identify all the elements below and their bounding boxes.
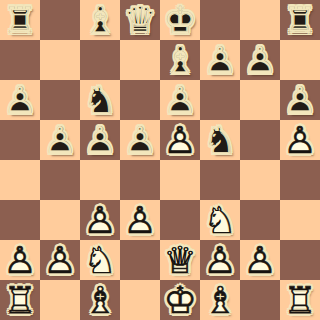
black-pawn-outline-icon: ♙ <box>280 80 320 120</box>
square-g3[interactable] <box>240 200 280 240</box>
square-f5[interactable]: ♞♘ <box>200 120 240 160</box>
square-a1[interactable]: ♜♖ <box>0 280 40 320</box>
piece-white-rook-a1[interactable]: ♜♖ <box>0 280 40 320</box>
black-pawn-outline-icon: ♙ <box>240 40 280 80</box>
white-rook-outline-icon: ♖ <box>0 280 40 320</box>
piece-white-pawn-f2[interactable]: ♟♙ <box>200 240 240 280</box>
piece-black-knight-f5[interactable]: ♞♘ <box>200 120 240 160</box>
square-f6[interactable] <box>200 80 240 120</box>
square-h1[interactable]: ♜♖ <box>280 280 320 320</box>
piece-black-bishop-c8[interactable]: ♝♗ <box>80 0 120 40</box>
square-c8[interactable]: ♝♗ <box>80 0 120 40</box>
square-c4[interactable] <box>80 160 120 200</box>
square-h4[interactable] <box>280 160 320 200</box>
square-f8[interactable] <box>200 0 240 40</box>
piece-white-rook-h1[interactable]: ♜♖ <box>280 280 320 320</box>
white-knight-outline-icon: ♘ <box>80 240 120 280</box>
square-b2[interactable]: ♟♙ <box>40 240 80 280</box>
black-rook-outline-icon: ♖ <box>280 0 320 40</box>
square-g4[interactable] <box>240 160 280 200</box>
piece-black-pawn-a6[interactable]: ♟♙ <box>0 80 40 120</box>
square-a6[interactable]: ♟♙ <box>0 80 40 120</box>
white-knight-outline-icon: ♘ <box>200 200 240 240</box>
black-king-outline-icon: ♔ <box>160 0 200 40</box>
square-g7[interactable]: ♟♙ <box>240 40 280 80</box>
square-d5[interactable]: ♟♙ <box>120 120 160 160</box>
black-pawn-outline-icon: ♙ <box>160 80 200 120</box>
square-d4[interactable] <box>120 160 160 200</box>
white-bishop-outline-icon: ♗ <box>200 280 240 320</box>
square-e7[interactable]: ♝♗ <box>160 40 200 80</box>
piece-black-knight-c6[interactable]: ♞♘ <box>80 80 120 120</box>
square-d7[interactable] <box>120 40 160 80</box>
piece-white-pawn-h5[interactable]: ♟♙ <box>280 120 320 160</box>
black-pawn-outline-icon: ♙ <box>120 120 160 160</box>
square-b5[interactable]: ♟♙ <box>40 120 80 160</box>
square-b7[interactable] <box>40 40 80 80</box>
square-a2[interactable]: ♟♙ <box>0 240 40 280</box>
square-e8[interactable]: ♚♔ <box>160 0 200 40</box>
square-h3[interactable] <box>280 200 320 240</box>
square-a7[interactable] <box>0 40 40 80</box>
white-pawn-outline-icon: ♙ <box>200 240 240 280</box>
square-b6[interactable] <box>40 80 80 120</box>
white-pawn-outline-icon: ♙ <box>40 240 80 280</box>
piece-white-knight-c2[interactable]: ♞♘ <box>80 240 120 280</box>
square-f1[interactable]: ♝♗ <box>200 280 240 320</box>
black-pawn-outline-icon: ♙ <box>40 120 80 160</box>
square-h2[interactable] <box>280 240 320 280</box>
black-knight-outline-icon: ♘ <box>200 120 240 160</box>
square-d2[interactable] <box>120 240 160 280</box>
square-c6[interactable]: ♞♘ <box>80 80 120 120</box>
square-h8[interactable]: ♜♖ <box>280 0 320 40</box>
white-bishop-outline-icon: ♗ <box>80 280 120 320</box>
piece-white-pawn-b2[interactable]: ♟♙ <box>40 240 80 280</box>
square-a8[interactable]: ♜♖ <box>0 0 40 40</box>
white-pawn-outline-icon: ♙ <box>280 120 320 160</box>
piece-black-king-e8[interactable]: ♚♔ <box>160 0 200 40</box>
piece-white-queen-e2[interactable]: ♛♕ <box>160 240 200 280</box>
black-queen-outline-icon: ♕ <box>120 0 160 40</box>
white-pawn-outline-icon: ♙ <box>160 120 200 160</box>
square-e5[interactable]: ♟♙ <box>160 120 200 160</box>
chess-board: ♜♖♝♗♛♕♚♔♜♖♝♗♟♙♟♙♟♙♞♘♟♙♟♙♟♙♟♙♟♙♟♙♞♘♟♙♟♙♟♙… <box>0 0 320 320</box>
piece-black-rook-a8[interactable]: ♜♖ <box>0 0 40 40</box>
square-c3[interactable]: ♟♙ <box>80 200 120 240</box>
white-pawn-outline-icon: ♙ <box>120 200 160 240</box>
piece-black-pawn-b5[interactable]: ♟♙ <box>40 120 80 160</box>
square-f4[interactable] <box>200 160 240 200</box>
square-e6[interactable]: ♟♙ <box>160 80 200 120</box>
square-d1[interactable] <box>120 280 160 320</box>
white-rook-outline-icon: ♖ <box>280 280 320 320</box>
square-b4[interactable] <box>40 160 80 200</box>
piece-black-queen-d8[interactable]: ♛♕ <box>120 0 160 40</box>
square-d6[interactable] <box>120 80 160 120</box>
white-pawn-outline-icon: ♙ <box>80 200 120 240</box>
square-h7[interactable] <box>280 40 320 80</box>
white-queen-outline-icon: ♕ <box>160 240 200 280</box>
piece-black-pawn-g7[interactable]: ♟♙ <box>240 40 280 80</box>
square-e1[interactable]: ♚♔ <box>160 280 200 320</box>
square-g1[interactable] <box>240 280 280 320</box>
piece-white-bishop-f1[interactable]: ♝♗ <box>200 280 240 320</box>
black-pawn-outline-icon: ♙ <box>0 80 40 120</box>
square-b8[interactable] <box>40 0 80 40</box>
square-b1[interactable] <box>40 280 80 320</box>
piece-black-pawn-e6[interactable]: ♟♙ <box>160 80 200 120</box>
piece-white-pawn-c3[interactable]: ♟♙ <box>80 200 120 240</box>
piece-white-king-e1[interactable]: ♚♔ <box>160 280 200 320</box>
black-knight-outline-icon: ♘ <box>80 80 120 120</box>
square-e4[interactable] <box>160 160 200 200</box>
square-c5[interactable]: ♟♙ <box>80 120 120 160</box>
piece-white-pawn-e5[interactable]: ♟♙ <box>160 120 200 160</box>
piece-black-pawn-d5[interactable]: ♟♙ <box>120 120 160 160</box>
piece-white-bishop-c1[interactable]: ♝♗ <box>80 280 120 320</box>
square-f7[interactable]: ♟♙ <box>200 40 240 80</box>
square-a3[interactable] <box>0 200 40 240</box>
black-bishop-outline-icon: ♗ <box>80 0 120 40</box>
square-e2[interactable]: ♛♕ <box>160 240 200 280</box>
square-a4[interactable] <box>0 160 40 200</box>
square-c1[interactable]: ♝♗ <box>80 280 120 320</box>
square-b3[interactable] <box>40 200 80 240</box>
square-g2[interactable]: ♟♙ <box>240 240 280 280</box>
square-g6[interactable] <box>240 80 280 120</box>
square-g5[interactable] <box>240 120 280 160</box>
black-pawn-outline-icon: ♙ <box>80 120 120 160</box>
square-f2[interactable]: ♟♙ <box>200 240 240 280</box>
square-d8[interactable]: ♛♕ <box>120 0 160 40</box>
square-d3[interactable]: ♟♙ <box>120 200 160 240</box>
piece-black-pawn-f7[interactable]: ♟♙ <box>200 40 240 80</box>
piece-white-pawn-g2[interactable]: ♟♙ <box>240 240 280 280</box>
square-g8[interactable] <box>240 0 280 40</box>
square-c7[interactable] <box>80 40 120 80</box>
square-h6[interactable]: ♟♙ <box>280 80 320 120</box>
square-e3[interactable] <box>160 200 200 240</box>
black-pawn-outline-icon: ♙ <box>200 40 240 80</box>
piece-white-pawn-d3[interactable]: ♟♙ <box>120 200 160 240</box>
square-h5[interactable]: ♟♙ <box>280 120 320 160</box>
white-pawn-outline-icon: ♙ <box>0 240 40 280</box>
black-bishop-outline-icon: ♗ <box>160 40 200 80</box>
black-rook-outline-icon: ♖ <box>0 0 40 40</box>
piece-white-knight-f3[interactable]: ♞♘ <box>200 200 240 240</box>
piece-black-bishop-e7[interactable]: ♝♗ <box>160 40 200 80</box>
piece-black-rook-h8[interactable]: ♜♖ <box>280 0 320 40</box>
white-pawn-outline-icon: ♙ <box>240 240 280 280</box>
square-f3[interactable]: ♞♘ <box>200 200 240 240</box>
piece-white-pawn-a2[interactable]: ♟♙ <box>0 240 40 280</box>
square-c2[interactable]: ♞♘ <box>80 240 120 280</box>
square-a5[interactable] <box>0 120 40 160</box>
piece-black-pawn-c5[interactable]: ♟♙ <box>80 120 120 160</box>
white-king-outline-icon: ♔ <box>160 280 200 320</box>
piece-black-pawn-h6[interactable]: ♟♙ <box>280 80 320 120</box>
